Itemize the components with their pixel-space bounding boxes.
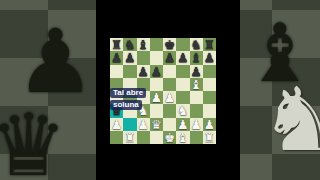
square-f1: ♝ [176, 131, 189, 144]
black-pawn: ♟ [124, 51, 135, 64]
white-pawn: ♟ [164, 91, 175, 104]
black-rook: ♜ [111, 38, 122, 51]
square-e6 [163, 65, 176, 78]
square-e7: ♟ [163, 51, 176, 64]
blurred-board-left-strip: ♟ ♛ [0, 0, 96, 180]
square-b6 [123, 65, 136, 78]
square-d7 [150, 51, 163, 64]
square-e2 [163, 118, 176, 131]
square-a6 [110, 65, 123, 78]
square-d2: ♛ [150, 118, 163, 131]
square-g6: ♟ [190, 65, 203, 78]
square-a1 [110, 131, 123, 144]
white-queen: ♛ [151, 118, 162, 131]
square-e4: ♟ [163, 91, 176, 104]
square-g4 [190, 91, 203, 104]
square-f4 [176, 91, 189, 104]
square-g3 [190, 104, 203, 117]
square-b1: ♜ [123, 131, 136, 144]
square-a2: ♟ [110, 118, 123, 131]
white-pawn: ♟ [138, 118, 149, 131]
square-h4 [203, 91, 216, 104]
square-f6 [176, 65, 189, 78]
black-knight: ♞ [191, 38, 202, 51]
white-pawn: ♟ [177, 118, 188, 131]
black-knight: ♞ [124, 38, 135, 51]
white-knight: ♞ [177, 104, 188, 117]
caption-line-2: soluna [110, 100, 142, 110]
square-c2: ♟ [137, 118, 150, 131]
square-h5 [203, 78, 216, 91]
square-g7: ♝ [190, 51, 203, 64]
white-rook: ♜ [124, 131, 135, 144]
square-f5 [176, 78, 189, 91]
white-bishop: ♝ [191, 78, 202, 91]
black-king: ♚ [164, 38, 175, 51]
square-a8: ♜ [110, 38, 123, 51]
square-g5: ♝ [190, 78, 203, 91]
black-pawn: ♟ [177, 51, 188, 64]
caption-line-1: Tal abre [110, 88, 146, 98]
black-pawn: ♟ [204, 51, 215, 64]
black-bishop: ♝ [191, 51, 202, 64]
square-b2 [123, 118, 136, 131]
square-d8 [150, 38, 163, 51]
square-c8: ♝ [137, 38, 150, 51]
white-pawn: ♟ [191, 118, 202, 131]
black-bishop: ♝ [138, 38, 149, 51]
square-c7 [137, 51, 150, 64]
black-pawn: ♟ [138, 65, 149, 78]
square-e8: ♚ [163, 38, 176, 51]
square-h7: ♟ [203, 51, 216, 64]
square-e1: ♚ [163, 131, 176, 144]
square-d6: ♟ [150, 65, 163, 78]
black-rook: ♜ [204, 38, 215, 51]
square-f2: ♟ [176, 118, 189, 131]
square-h1: ♜ [203, 131, 216, 144]
square-f3: ♞ [176, 104, 189, 117]
blurred-board-right-strip: ♝ ♞ [240, 0, 320, 180]
square-d1 [150, 131, 163, 144]
square-b7: ♟ [123, 51, 136, 64]
square-a7: ♟ [110, 51, 123, 64]
white-knight-icon: ♞ [260, 76, 320, 164]
black-queen-icon: ♛ [0, 102, 67, 180]
white-king: ♚ [164, 131, 175, 144]
black-pawn: ♟ [111, 51, 122, 64]
square-g1 [190, 131, 203, 144]
white-pawn: ♟ [204, 118, 215, 131]
square-f8 [176, 38, 189, 51]
square-h6 [203, 65, 216, 78]
square-h8: ♜ [203, 38, 216, 51]
square-d5 [150, 78, 163, 91]
black-pawn: ♟ [151, 65, 162, 78]
square-g2: ♟ [190, 118, 203, 131]
white-bishop: ♝ [177, 131, 188, 144]
square-b8: ♞ [123, 38, 136, 51]
square-c1 [137, 131, 150, 144]
square-g8: ♞ [190, 38, 203, 51]
white-pawn: ♟ [111, 118, 122, 131]
square-f7: ♟ [176, 51, 189, 64]
black-pawn-icon: ♟ [16, 18, 95, 106]
white-rook: ♜ [204, 131, 215, 144]
square-d3 [150, 104, 163, 117]
black-pawn: ♟ [164, 51, 175, 64]
square-e3 [163, 104, 176, 117]
square-h3 [203, 104, 216, 117]
square-h2: ♟ [203, 118, 216, 131]
black-bishop-icon: ♝ [244, 14, 316, 94]
black-pawn: ♟ [191, 65, 202, 78]
square-e5 [163, 78, 176, 91]
square-c6: ♟ [137, 65, 150, 78]
video-frame[interactable]: ♟ ♛ ♝ ♞ ♜♞♝♚♞♜♟♟♟♟♝♟♟♟♟♝♟♟♛♞♞♟♟♛♟♟♟♜♚♝♜ … [0, 0, 320, 180]
square-d4: ♟ [150, 91, 163, 104]
white-pawn: ♟ [151, 91, 162, 104]
